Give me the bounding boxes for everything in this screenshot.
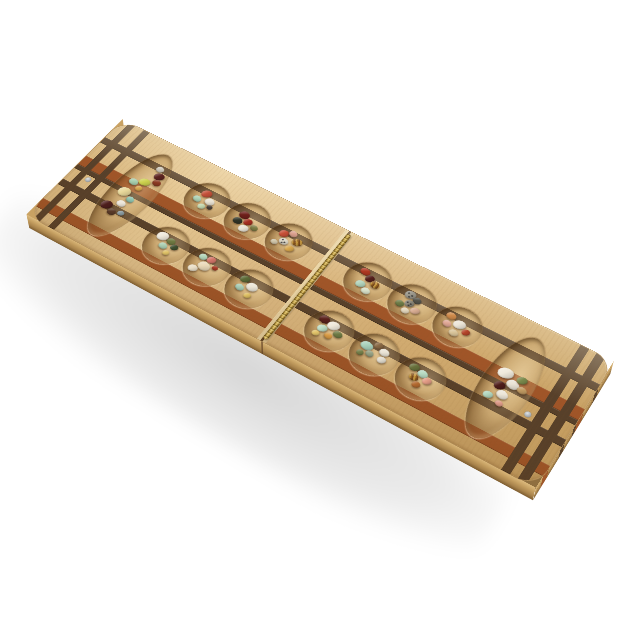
- gemstone: [364, 349, 376, 359]
- gemstone: [359, 286, 372, 296]
- gemstone: [461, 329, 471, 336]
- gemstone: [169, 244, 179, 251]
- gemstone: [409, 307, 421, 316]
- scene: [0, 0, 620, 620]
- gemstone: [399, 306, 410, 315]
- gemstone: [410, 380, 421, 389]
- gemstone: [447, 328, 460, 338]
- mancala-board: [29, 133, 610, 500]
- gemstone: [355, 348, 365, 356]
- gemstone: [249, 224, 260, 232]
- gemstone: [161, 249, 171, 256]
- board-top-face: [26, 119, 615, 489]
- gemstone: [283, 245, 295, 253]
- product-photo-stage: [0, 0, 620, 620]
- gemstone: [242, 292, 252, 299]
- gemstone: [233, 282, 245, 292]
